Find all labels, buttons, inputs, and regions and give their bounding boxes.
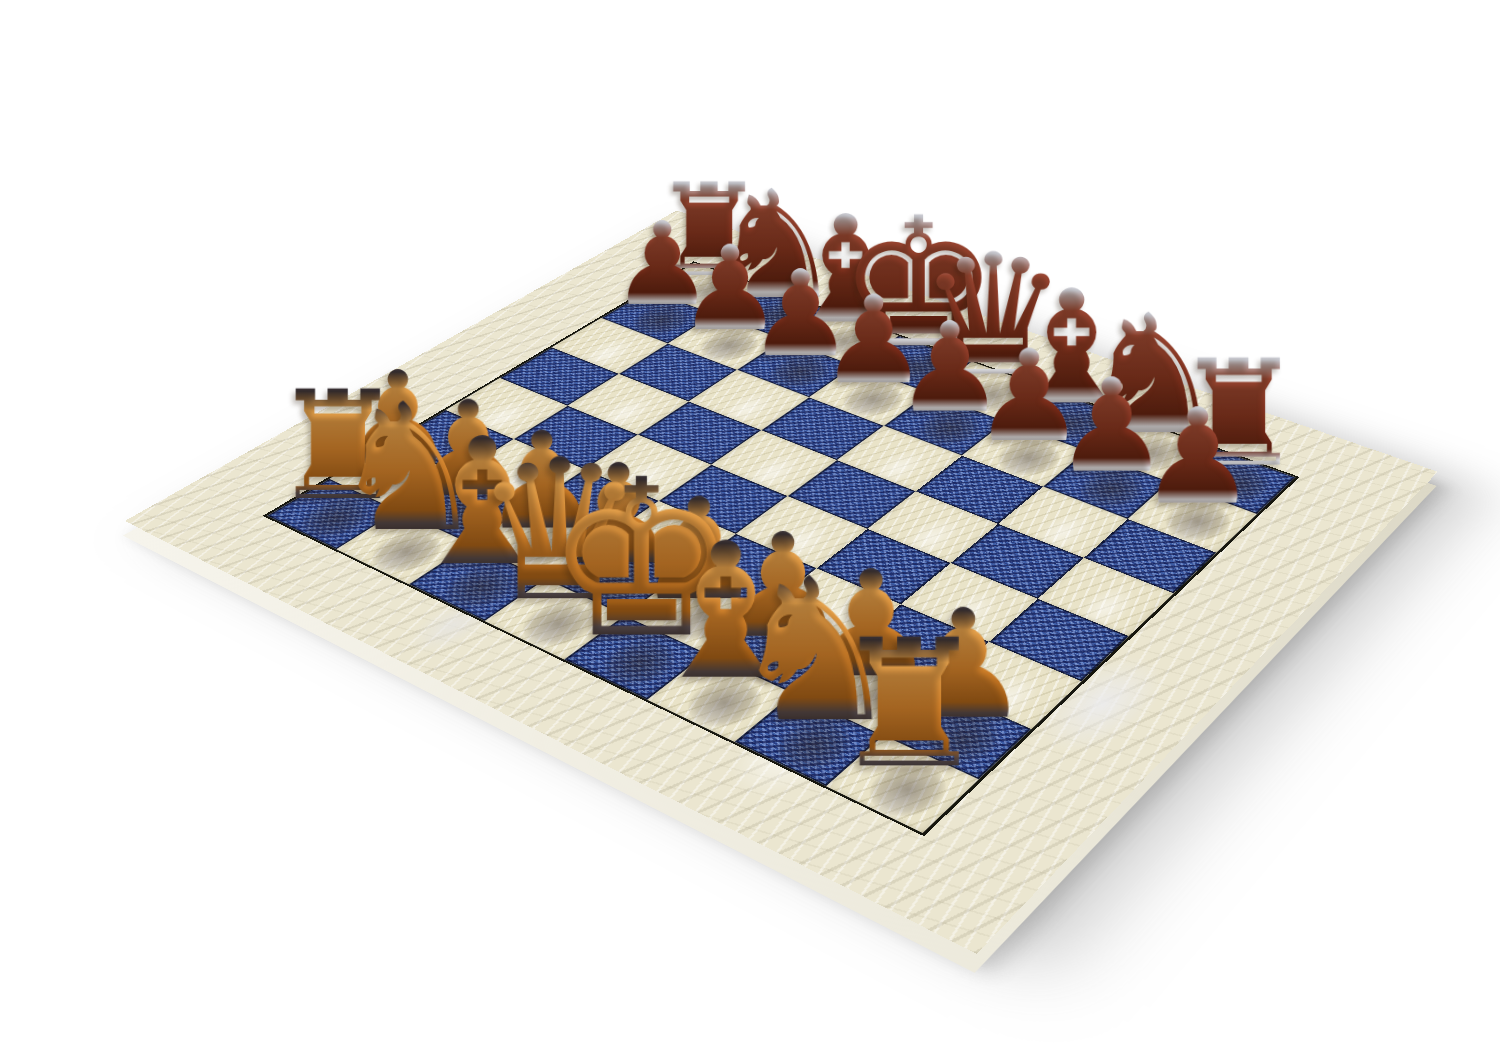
chess-set-photo: Cream marble chessboard with lapis-lazul…: [40, 16, 1500, 1058]
rook-glyph: ♜: [778, 624, 1040, 786]
photo-caption: Cream marble chessboard with lapis-lazul…: [40, 16, 41, 17]
chessboard: ♜♟♟♜♞♟♟♞♝♟♟♝♛♟♟♚♚♟♟♛♝♟♟♝♞♟♟♞♜♟♟♜: [263, 261, 1300, 836]
marble-slab-surface: ♜♟♟♜♞♟♟♞♝♟♟♝♛♟♟♚♚♟♟♛♝♟♟♝♞♟♟♞♜♟♟♜: [125, 210, 1438, 954]
marble-slab: ♜♟♟♜♞♟♟♞♝♟♟♝♛♟♟♚♚♟♟♛♝♟♟♝♞♟♟♞♜♟♟♜: [125, 210, 1438, 954]
pawn-glyph: ♟: [1087, 397, 1310, 518]
square-h1: ♜: [826, 735, 978, 832]
